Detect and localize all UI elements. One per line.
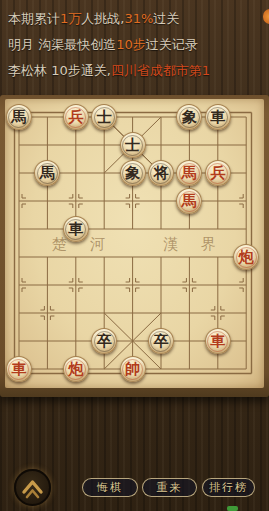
piece-red-馬[interactable]: 馬 — [176, 188, 202, 214]
pass-rate: 31% — [124, 11, 153, 26]
piece-black-士[interactable]: 士 — [91, 104, 117, 130]
record-steps: 10步 — [116, 37, 146, 52]
piece-black-象[interactable]: 象 — [176, 104, 202, 130]
chevron-up-logo-icon — [16, 471, 49, 504]
piece-red-兵[interactable]: 兵 — [205, 160, 231, 186]
restart-button[interactable]: 重来 — [142, 478, 197, 497]
piece-black-卒[interactable]: 卒 — [148, 328, 174, 354]
piece-red-車[interactable]: 車 — [205, 328, 231, 354]
leaderboard-button[interactable]: 排行榜 — [202, 478, 255, 497]
challenge-stats-line: 本期累计1万人挑战,31%过关 — [8, 6, 266, 32]
record-holder-region: 四川省成都市第1 — [111, 63, 210, 78]
piece-black-馬[interactable]: 馬 — [6, 104, 32, 130]
record-line: 明月 沟渠最快创造10步过关记录 — [8, 32, 266, 58]
piece-black-車[interactable]: 車 — [63, 216, 89, 242]
participant-count: 1万 — [60, 11, 81, 26]
piece-black-卒[interactable]: 卒 — [91, 328, 117, 354]
pieces-grid: 馬兵士象車士馬象将馬兵馬車炮卒卒車車炮帥 — [5, 103, 261, 383]
piece-black-士[interactable]: 士 — [120, 132, 146, 158]
notification-sliver — [227, 506, 238, 511]
app-screen: 本期累计1万人挑战,31%过关 明月 沟渠最快创造10步过关记录 李松林 10步… — [0, 0, 269, 511]
piece-red-帥[interactable]: 帥 — [120, 356, 146, 382]
undo-button[interactable]: 悔棋 — [82, 478, 138, 497]
piece-black-馬[interactable]: 馬 — [34, 160, 60, 186]
xiangqi-board[interactable]: 楚 河 漢 界 馬兵士象車士馬象将馬兵馬車炮卒卒車車炮帥 — [0, 95, 269, 397]
piece-black-将[interactable]: 将 — [148, 160, 174, 186]
piece-red-炮[interactable]: 炮 — [63, 356, 89, 382]
record-holder-line: 李松林 10步通关,四川省成都市第1 — [8, 58, 266, 84]
piece-red-兵[interactable]: 兵 — [63, 104, 89, 130]
piece-black-車[interactable]: 車 — [205, 104, 231, 130]
piece-red-馬[interactable]: 馬 — [176, 160, 202, 186]
piece-black-象[interactable]: 象 — [120, 160, 146, 186]
piece-red-車[interactable]: 車 — [6, 356, 32, 382]
expand-menu-button[interactable] — [14, 469, 51, 506]
challenge-info-panel: 本期累计1万人挑战,31%过关 明月 沟渠最快创造10步过关记录 李松林 10步… — [8, 6, 266, 84]
piece-red-炮[interactable]: 炮 — [233, 244, 259, 270]
